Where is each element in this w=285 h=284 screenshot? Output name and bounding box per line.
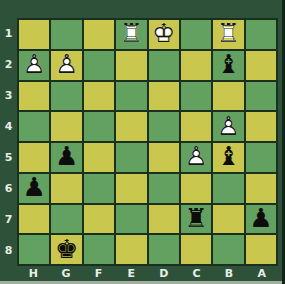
square-d6[interactable] xyxy=(149,174,179,203)
square-c8[interactable] xyxy=(181,235,211,264)
square-c4[interactable] xyxy=(181,112,211,141)
square-b7[interactable] xyxy=(213,205,243,234)
rank-label-7: 7 xyxy=(0,204,17,235)
rank-label-1: 1 xyxy=(0,18,17,49)
piece-glyph-outline: ♖ xyxy=(217,20,240,46)
rank-label-5: 5 xyxy=(0,142,17,173)
square-b3[interactable] xyxy=(213,82,243,111)
square-h4[interactable] xyxy=(19,112,49,141)
square-f6[interactable] xyxy=(84,174,114,203)
square-h3[interactable] xyxy=(19,82,49,111)
rank-label-2: 2 xyxy=(0,49,17,80)
file-label-b: B xyxy=(213,266,246,281)
square-e1[interactable]: ♜♖ xyxy=(116,20,146,49)
file-label-c: C xyxy=(180,266,213,281)
black-pawn-g5[interactable]: ♟ xyxy=(51,143,81,172)
square-b8[interactable] xyxy=(213,235,243,264)
square-e7[interactable] xyxy=(116,205,146,234)
square-a5[interactable] xyxy=(246,143,276,172)
white-pawn-h2[interactable]: ♟♙ xyxy=(19,51,49,80)
square-g7[interactable] xyxy=(51,205,81,234)
file-label-f: F xyxy=(82,266,115,281)
piece-glyph-outline: ♖ xyxy=(120,20,143,46)
white-king-d1[interactable]: ♚♔ xyxy=(149,20,179,49)
square-e4[interactable] xyxy=(116,112,146,141)
square-g5[interactable]: ♟ xyxy=(51,143,81,172)
piece-glyph-outline: ♔ xyxy=(152,20,175,46)
rank-label-3: 3 xyxy=(0,80,17,111)
white-rook-b1[interactable]: ♜♖ xyxy=(213,20,243,49)
square-d8[interactable] xyxy=(149,235,179,264)
rank-label-4: 4 xyxy=(0,111,17,142)
square-f1[interactable] xyxy=(84,20,114,49)
piece-glyph-fill: ♟ xyxy=(23,174,46,200)
square-f8[interactable] xyxy=(84,235,114,264)
square-d5[interactable] xyxy=(149,143,179,172)
piece-glyph-fill: ♝ xyxy=(217,143,240,169)
square-c3[interactable] xyxy=(181,82,211,111)
piece-glyph-outline: ♙ xyxy=(55,51,78,77)
square-a8[interactable] xyxy=(246,235,276,264)
square-a4[interactable] xyxy=(246,112,276,141)
square-g4[interactable] xyxy=(51,112,81,141)
black-king-g8[interactable]: ♚ xyxy=(51,235,81,264)
square-b6[interactable] xyxy=(213,174,243,203)
square-c5[interactable]: ♟♙ xyxy=(181,143,211,172)
square-a7[interactable]: ♟ xyxy=(246,205,276,234)
square-e3[interactable] xyxy=(116,82,146,111)
rank-label-6: 6 xyxy=(0,173,17,204)
square-a1[interactable] xyxy=(246,20,276,49)
piece-glyph-fill: ♟ xyxy=(249,205,272,231)
square-f4[interactable] xyxy=(84,112,114,141)
square-b2[interactable]: ♝ xyxy=(213,51,243,80)
square-d3[interactable] xyxy=(149,82,179,111)
file-label-g: G xyxy=(50,266,83,281)
square-d4[interactable] xyxy=(149,112,179,141)
square-e8[interactable] xyxy=(116,235,146,264)
chess-diagram: 12345678 ♜♖♚♔♜♖♟♙♟♙♝♟♙♟♟♙♝♟♜♟♚ HGFEDCBA xyxy=(0,0,285,284)
square-h6[interactable]: ♟ xyxy=(19,174,49,203)
white-rook-e1[interactable]: ♜♖ xyxy=(116,20,146,49)
square-d2[interactable] xyxy=(149,51,179,80)
piece-glyph-outline: ♙ xyxy=(184,143,207,169)
square-h5[interactable] xyxy=(19,143,49,172)
square-d1[interactable]: ♚♔ xyxy=(149,20,179,49)
black-rook-c7[interactable]: ♜ xyxy=(181,205,211,234)
square-g3[interactable] xyxy=(51,82,81,111)
square-d7[interactable] xyxy=(149,205,179,234)
square-h7[interactable] xyxy=(19,205,49,234)
piece-glyph-fill: ♟ xyxy=(55,143,78,169)
rank-labels: 12345678 xyxy=(0,18,17,266)
black-pawn-h6[interactable]: ♟ xyxy=(19,174,49,203)
square-b4[interactable]: ♟♙ xyxy=(213,112,243,141)
square-g8[interactable]: ♚ xyxy=(51,235,81,264)
piece-glyph-fill: ♚ xyxy=(55,236,78,262)
piece-glyph-outline: ♙ xyxy=(23,51,46,77)
square-c1[interactable] xyxy=(181,20,211,49)
piece-glyph-fill: ♝ xyxy=(217,51,240,77)
square-a6[interactable] xyxy=(246,174,276,203)
white-pawn-c5[interactable]: ♟♙ xyxy=(181,143,211,172)
chess-board: ♜♖♚♔♜♖♟♙♟♙♝♟♙♟♟♙♝♟♜♟♚ xyxy=(17,18,278,266)
square-g1[interactable] xyxy=(51,20,81,49)
square-h2[interactable]: ♟♙ xyxy=(19,51,49,80)
black-bishop-b2[interactable]: ♝ xyxy=(213,51,243,80)
square-g6[interactable] xyxy=(51,174,81,203)
white-pawn-g2[interactable]: ♟♙ xyxy=(51,51,81,80)
rank-label-8: 8 xyxy=(0,235,17,266)
piece-glyph-outline: ♙ xyxy=(217,113,240,139)
square-c2[interactable] xyxy=(181,51,211,80)
file-label-h: H xyxy=(17,266,50,281)
square-e6[interactable] xyxy=(116,174,146,203)
square-c6[interactable] xyxy=(181,174,211,203)
black-pawn-a7[interactable]: ♟ xyxy=(246,205,276,234)
white-pawn-b4[interactable]: ♟♙ xyxy=(213,112,243,141)
square-a2[interactable] xyxy=(246,51,276,80)
black-bishop-b5[interactable]: ♝ xyxy=(213,143,243,172)
right-edge-shadow xyxy=(282,0,285,284)
square-f5[interactable] xyxy=(84,143,114,172)
square-e5[interactable] xyxy=(116,143,146,172)
square-a3[interactable] xyxy=(246,82,276,111)
file-label-d: D xyxy=(148,266,181,281)
file-labels: HGFEDCBA xyxy=(17,266,278,281)
square-g2[interactable]: ♟♙ xyxy=(51,51,81,80)
file-label-a: A xyxy=(245,266,278,281)
square-b1[interactable]: ♜♖ xyxy=(213,20,243,49)
square-h1[interactable] xyxy=(19,20,49,49)
square-f7[interactable] xyxy=(84,205,114,234)
square-b5[interactable]: ♝ xyxy=(213,143,243,172)
square-c7[interactable]: ♜ xyxy=(181,205,211,234)
square-e2[interactable] xyxy=(116,51,146,80)
piece-glyph-fill: ♜ xyxy=(184,205,207,231)
square-f2[interactable] xyxy=(84,51,114,80)
square-f3[interactable] xyxy=(84,82,114,111)
square-h8[interactable] xyxy=(19,235,49,264)
file-label-e: E xyxy=(115,266,148,281)
